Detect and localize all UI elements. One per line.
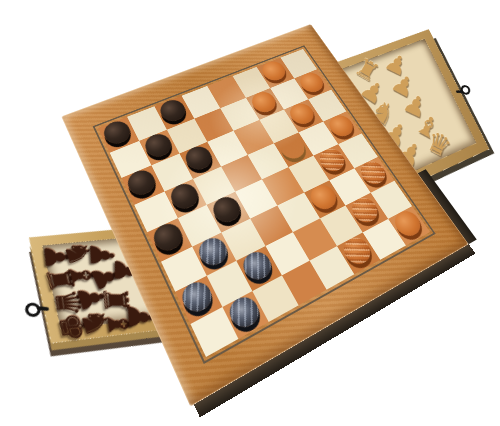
checker-piece-light[interactable] <box>316 145 349 174</box>
checker-piece-dark[interactable] <box>225 292 264 332</box>
handle-stem-icon <box>456 90 464 93</box>
checker-piece-light[interactable] <box>286 100 318 127</box>
checker-piece-dark[interactable] <box>194 234 231 270</box>
drawer-handle-icon[interactable] <box>455 87 471 96</box>
checker-piece-light[interactable] <box>248 89 280 116</box>
checker-piece-dark[interactable] <box>239 248 276 285</box>
checker-piece-dark[interactable] <box>182 143 216 173</box>
checker-piece-dark[interactable] <box>178 278 216 317</box>
checker-piece-light[interactable] <box>306 181 341 213</box>
checker-piece-dark[interactable] <box>124 167 159 199</box>
checker-piece-dark[interactable] <box>167 180 202 213</box>
checker-piece-dark[interactable] <box>209 193 244 226</box>
checker-piece-light[interactable] <box>276 133 309 162</box>
board-plane: ♟♞♟♜♝♟♟♛♟♜♚♞♝♟ ♜♟♟♟♞♟♟♝♟♛ <box>98 49 430 357</box>
checker-piece-light[interactable] <box>348 194 383 226</box>
checker-piece-dark[interactable] <box>150 220 187 255</box>
drawer-handle-icon[interactable] <box>25 300 50 316</box>
product-photo-stage: ♟♞♟♜♝♟♟♛♟♜♚♞♝♟ ♜♟♟♟♞♟♟♝♟♛ <box>0 0 500 426</box>
checker-piece-light[interactable] <box>339 233 375 268</box>
checker-piece-dark[interactable] <box>141 131 175 161</box>
